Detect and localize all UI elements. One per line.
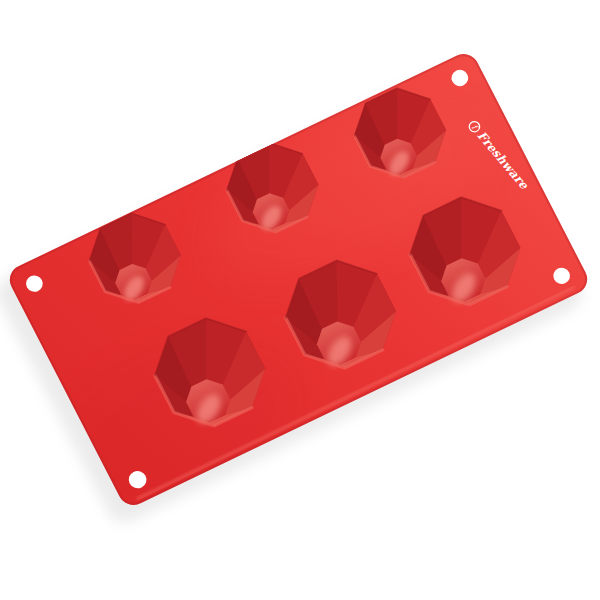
product-photo-svg: f Freshware [0,0,600,600]
product-photo: f Freshware [0,0,600,600]
